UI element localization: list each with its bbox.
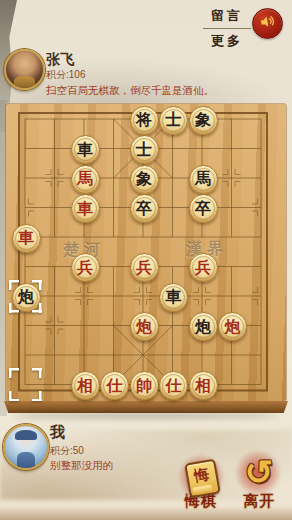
- piece-black-車[interactable]: 車: [159, 283, 188, 312]
- piece-red-仕[interactable]: 仕: [159, 371, 188, 400]
- undo-button[interactable]: 悔: [184, 459, 221, 499]
- board-front-edge: [4, 401, 288, 413]
- opponent-score: 积分:106: [46, 68, 85, 82]
- piece-red-炮[interactable]: 炮: [130, 312, 159, 341]
- speaker-icon: [259, 13, 276, 34]
- piece-black-象[interactable]: 象: [130, 165, 159, 194]
- piece-red-帥[interactable]: 帥: [130, 371, 159, 400]
- piece-black-炮[interactable]: 炮: [189, 312, 218, 341]
- piece-red-相[interactable]: 相: [189, 371, 218, 400]
- piece-black-車[interactable]: 車: [71, 135, 100, 164]
- menu-item-more[interactable]: 更多: [201, 30, 253, 52]
- piece-black-卒[interactable]: 卒: [130, 194, 159, 223]
- piece-black-馬[interactable]: 馬: [189, 165, 218, 194]
- piece-red-兵[interactable]: 兵: [189, 253, 218, 282]
- piece-red-炮[interactable]: 炮: [218, 312, 247, 341]
- sound-button[interactable]: [252, 8, 283, 39]
- piece-red-兵[interactable]: 兵: [71, 253, 100, 282]
- piece-red-車[interactable]: 車: [71, 194, 100, 223]
- player-score: 积分:50: [50, 444, 84, 458]
- bottom-band-decoration: [0, 506, 292, 520]
- menu-divider: [203, 28, 251, 29]
- last-move-origin-marker: [9, 368, 42, 401]
- menu-item-message[interactable]: 留言: [201, 5, 253, 27]
- piece-black-将[interactable]: 将: [130, 106, 159, 135]
- leave-button[interactable]: ↺: [239, 452, 279, 492]
- header-menu: 留言 更多: [201, 5, 253, 52]
- piece-black-士[interactable]: 士: [159, 106, 188, 135]
- return-arrow-icon: ↺: [245, 453, 274, 491]
- piece-red-馬[interactable]: 馬: [71, 165, 100, 194]
- board-shadow: [12, 413, 280, 418]
- piece-black-象[interactable]: 象: [189, 106, 218, 135]
- opponent-name: 张飞: [46, 51, 74, 69]
- piece-red-兵[interactable]: 兵: [130, 253, 159, 282]
- opponent-chat-message: 扫空百局无棋敌，倒尽千盅是酒仙。: [46, 84, 214, 98]
- game-screen: 留言 更多 张飞 积分:106 扫空百局无棋敌，倒尽千盅是酒仙。 楚河 漢界 将…: [0, 0, 292, 520]
- piece-red-車[interactable]: 車: [12, 224, 41, 253]
- piece-black-卒[interactable]: 卒: [189, 194, 218, 223]
- undo-tile-char: 悔: [193, 465, 211, 486]
- piece-black-士[interactable]: 士: [130, 135, 159, 164]
- piece-red-相[interactable]: 相: [71, 371, 100, 400]
- selected-piece-marker: [9, 280, 42, 313]
- player-avatar[interactable]: [3, 424, 49, 470]
- player-name: 我: [50, 423, 65, 442]
- opponent-avatar[interactable]: [4, 49, 45, 90]
- piece-red-仕[interactable]: 仕: [100, 371, 129, 400]
- player-chat-message: 别整那没用的: [50, 459, 113, 473]
